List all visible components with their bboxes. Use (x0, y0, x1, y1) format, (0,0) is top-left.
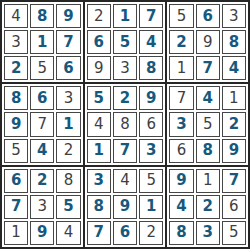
cell-r1c3[interactable]: 9 (56, 4, 80, 28)
cell-r4c5[interactable]: 2 (113, 86, 137, 110)
cell-r6c3[interactable]: 2 (56, 139, 80, 163)
cell-r1c8[interactable]: 6 (196, 4, 220, 28)
cell-r8c2[interactable]: 3 (30, 195, 54, 219)
cell-r6c8[interactable]: 8 (196, 139, 220, 163)
cell-r2c4[interactable]: 6 (87, 30, 111, 54)
cell-r4c6[interactable]: 9 (139, 86, 163, 110)
cell-r5c5[interactable]: 8 (113, 112, 137, 136)
cell-r1c7[interactable]: 5 (169, 4, 193, 28)
cell-r9c5[interactable]: 6 (113, 221, 137, 245)
cell-r7c1[interactable]: 6 (4, 169, 28, 193)
cell-r6c6[interactable]: 3 (139, 139, 163, 163)
cell-r2c7[interactable]: 2 (169, 30, 193, 54)
cell-r8c3[interactable]: 5 (56, 195, 80, 219)
box-r1c1: 489317256 (2, 2, 83, 82)
cell-r1c1[interactable]: 4 (4, 4, 28, 28)
cell-r2c3[interactable]: 7 (56, 30, 80, 54)
box-r1c3: 563298174 (167, 2, 248, 82)
cell-r9c9[interactable]: 5 (222, 221, 246, 245)
box-r2c2: 529486173 (85, 84, 166, 164)
cell-r8c1[interactable]: 7 (4, 195, 28, 219)
box-r2c1: 863971542 (2, 84, 83, 164)
cell-r7c4[interactable]: 3 (87, 169, 111, 193)
cell-r2c9[interactable]: 8 (222, 30, 246, 54)
cell-r9c2[interactable]: 9 (30, 221, 54, 245)
cell-r6c7[interactable]: 6 (169, 139, 193, 163)
box-r1c2: 217654938 (85, 2, 166, 82)
cell-r9c3[interactable]: 4 (56, 221, 80, 245)
box-r3c3: 917426835 (167, 167, 248, 247)
cell-r5c2[interactable]: 7 (30, 112, 54, 136)
cell-r5c4[interactable]: 4 (87, 112, 111, 136)
cell-r2c2[interactable]: 1 (30, 30, 54, 54)
cell-r8c4[interactable]: 8 (87, 195, 111, 219)
cell-r9c6[interactable]: 2 (139, 221, 163, 245)
cell-r9c1[interactable]: 1 (4, 221, 28, 245)
cell-r5c9[interactable]: 2 (222, 112, 246, 136)
cell-r9c8[interactable]: 3 (196, 221, 220, 245)
cell-r3c8[interactable]: 7 (196, 56, 220, 80)
cell-r1c5[interactable]: 1 (113, 4, 137, 28)
cell-r6c5[interactable]: 7 (113, 139, 137, 163)
cell-r3c1[interactable]: 2 (4, 56, 28, 80)
cell-r9c4[interactable]: 7 (87, 221, 111, 245)
cell-r1c6[interactable]: 7 (139, 4, 163, 28)
cell-r8c5[interactable]: 9 (113, 195, 137, 219)
box-r3c1: 628735194 (2, 167, 83, 247)
cell-r6c2[interactable]: 4 (30, 139, 54, 163)
cell-r8c8[interactable]: 2 (196, 195, 220, 219)
cell-r4c4[interactable]: 5 (87, 86, 111, 110)
cell-r6c9[interactable]: 9 (222, 139, 246, 163)
cell-r7c9[interactable]: 7 (222, 169, 246, 193)
cell-r2c1[interactable]: 3 (4, 30, 28, 54)
cell-r4c7[interactable]: 7 (169, 86, 193, 110)
cell-r5c6[interactable]: 6 (139, 112, 163, 136)
cell-r5c1[interactable]: 9 (4, 112, 28, 136)
cell-r4c9[interactable]: 1 (222, 86, 246, 110)
cell-r7c8[interactable]: 1 (196, 169, 220, 193)
cell-r7c6[interactable]: 5 (139, 169, 163, 193)
cell-r2c8[interactable]: 9 (196, 30, 220, 54)
cell-r8c9[interactable]: 6 (222, 195, 246, 219)
cell-r2c5[interactable]: 5 (113, 30, 137, 54)
box-r3c2: 345891762 (85, 167, 166, 247)
cell-r7c5[interactable]: 4 (113, 169, 137, 193)
cell-r4c2[interactable]: 6 (30, 86, 54, 110)
cell-r4c1[interactable]: 8 (4, 86, 28, 110)
cell-r7c7[interactable]: 9 (169, 169, 193, 193)
cell-r7c3[interactable]: 8 (56, 169, 80, 193)
cell-r8c6[interactable]: 1 (139, 195, 163, 219)
cell-r5c8[interactable]: 5 (196, 112, 220, 136)
cell-r7c2[interactable]: 2 (30, 169, 54, 193)
cell-r1c9[interactable]: 3 (222, 4, 246, 28)
cell-r3c2[interactable]: 5 (30, 56, 54, 80)
cell-r3c3[interactable]: 6 (56, 56, 80, 80)
cell-r6c1[interactable]: 5 (4, 139, 28, 163)
cell-r4c3[interactable]: 3 (56, 86, 80, 110)
sudoku-board: 4893172562176549385632981748639715425294… (0, 0, 250, 249)
cell-r3c5[interactable]: 3 (113, 56, 137, 80)
cell-r4c8[interactable]: 4 (196, 86, 220, 110)
cell-r3c4[interactable]: 9 (87, 56, 111, 80)
cell-r3c9[interactable]: 4 (222, 56, 246, 80)
cell-r3c7[interactable]: 1 (169, 56, 193, 80)
cell-r9c7[interactable]: 8 (169, 221, 193, 245)
cell-r1c4[interactable]: 2 (87, 4, 111, 28)
cell-r1c2[interactable]: 8 (30, 4, 54, 28)
cell-r5c7[interactable]: 3 (169, 112, 193, 136)
cell-r2c6[interactable]: 4 (139, 30, 163, 54)
box-r2c3: 741352689 (167, 84, 248, 164)
cell-r8c7[interactable]: 4 (169, 195, 193, 219)
cell-r3c6[interactable]: 8 (139, 56, 163, 80)
cell-r6c4[interactable]: 1 (87, 139, 111, 163)
cell-r5c3[interactable]: 1 (56, 112, 80, 136)
